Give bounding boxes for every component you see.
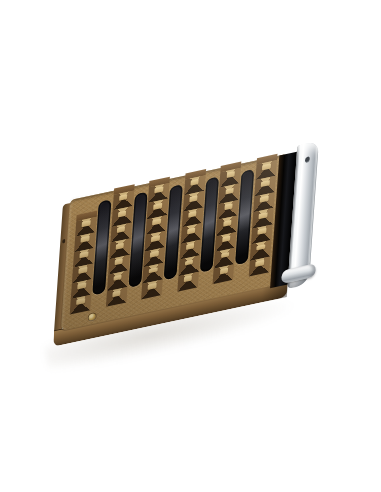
pyramid-stud (213, 264, 235, 284)
pyramid-stud (105, 287, 127, 307)
product-photo (0, 0, 381, 492)
pyramid-stud (177, 271, 199, 291)
stud-ridge (70, 211, 98, 315)
pyramid-stud (141, 279, 163, 299)
stud-ridge (177, 169, 206, 292)
pyramid-stud (249, 256, 271, 276)
clamp-hole (305, 156, 310, 163)
stud-ridge (213, 161, 242, 284)
stud-ridge (141, 177, 170, 300)
pyramid-stud (70, 295, 92, 315)
stud-ridge (105, 184, 134, 307)
